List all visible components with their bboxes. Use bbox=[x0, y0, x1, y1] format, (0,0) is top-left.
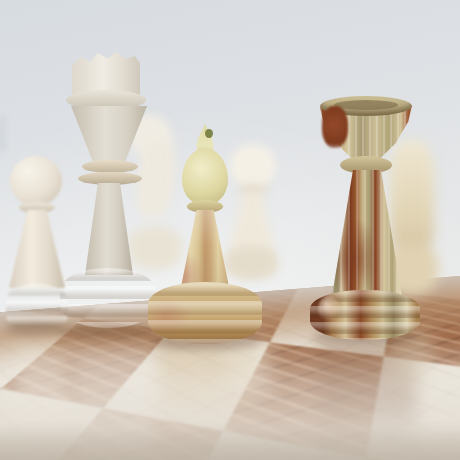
white-queen bbox=[56, 52, 160, 332]
queen-lower-body bbox=[85, 183, 133, 275]
bishop-base bbox=[148, 282, 262, 344]
chess-photo-scene bbox=[0, 0, 460, 460]
pawn-body bbox=[9, 210, 65, 288]
white-pawn-foreground bbox=[6, 152, 68, 332]
pawn-base bbox=[6, 284, 68, 332]
rook-rim-interior bbox=[334, 100, 398, 110]
foreground-bokeh-bottom bbox=[0, 420, 460, 460]
queen-base bbox=[60, 268, 156, 328]
green-onyx-rook bbox=[310, 96, 420, 340]
bishop-finial-spot bbox=[205, 129, 213, 138]
left-edge-sliver bbox=[0, 116, 4, 152]
bishop-head bbox=[182, 148, 228, 206]
pawn-head bbox=[10, 156, 62, 206]
rook-body bbox=[332, 170, 402, 296]
rook-base-highlight bbox=[318, 296, 340, 322]
green-onyx-bishop bbox=[148, 124, 262, 344]
queen-upper-body bbox=[71, 106, 147, 164]
rook-brown-patch bbox=[322, 106, 348, 148]
